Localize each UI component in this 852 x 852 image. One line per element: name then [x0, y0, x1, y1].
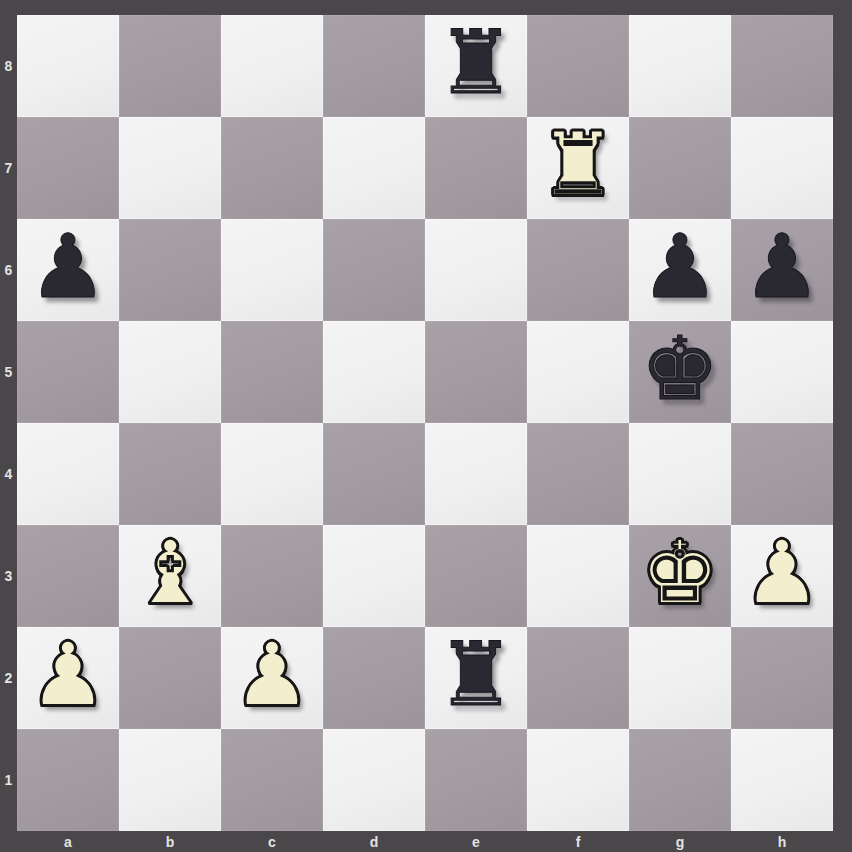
square-h7[interactable] [731, 117, 833, 219]
square-f3[interactable] [527, 525, 629, 627]
black-pawn[interactable]: ♟ [641, 216, 720, 318]
square-a5[interactable] [17, 321, 119, 423]
black-pawn[interactable]: ♟ [29, 216, 108, 318]
square-f4[interactable] [527, 423, 629, 525]
rank-label-6: 6 [0, 219, 17, 321]
white-pawn[interactable]: ♟ [743, 522, 822, 624]
square-c6[interactable] [221, 219, 323, 321]
chess-board-frame: ♜♜♟♟♟♚♝♚♟♟♟♜ 87654321abcdefgh [0, 0, 852, 852]
file-label-g: g [629, 831, 731, 852]
square-b5[interactable] [119, 321, 221, 423]
white-bishop[interactable]: ♝ [131, 522, 210, 624]
square-b2[interactable] [119, 627, 221, 729]
square-f7[interactable]: ♜ [527, 117, 629, 219]
square-c4[interactable] [221, 423, 323, 525]
square-g8[interactable] [629, 15, 731, 117]
black-pawn[interactable]: ♟ [743, 216, 822, 318]
square-h1[interactable] [731, 729, 833, 831]
square-b8[interactable] [119, 15, 221, 117]
rank-label-5: 5 [0, 321, 17, 423]
square-d5[interactable] [323, 321, 425, 423]
square-g3[interactable]: ♚ [629, 525, 731, 627]
white-pawn[interactable]: ♟ [29, 624, 108, 726]
square-g4[interactable] [629, 423, 731, 525]
square-d7[interactable] [323, 117, 425, 219]
square-d1[interactable] [323, 729, 425, 831]
square-c8[interactable] [221, 15, 323, 117]
square-b7[interactable] [119, 117, 221, 219]
black-rook[interactable]: ♜ [437, 12, 516, 114]
rank-label-2: 2 [0, 627, 17, 729]
square-c5[interactable] [221, 321, 323, 423]
square-h6[interactable]: ♟ [731, 219, 833, 321]
chess-board: ♜♜♟♟♟♚♝♚♟♟♟♜ [17, 15, 833, 831]
square-h3[interactable]: ♟ [731, 525, 833, 627]
square-h5[interactable] [731, 321, 833, 423]
white-pawn[interactable]: ♟ [233, 624, 312, 726]
square-a2[interactable]: ♟ [17, 627, 119, 729]
square-f1[interactable] [527, 729, 629, 831]
square-e5[interactable] [425, 321, 527, 423]
square-e3[interactable] [425, 525, 527, 627]
square-g2[interactable] [629, 627, 731, 729]
black-rook[interactable]: ♜ [437, 624, 516, 726]
square-b1[interactable] [119, 729, 221, 831]
square-f6[interactable] [527, 219, 629, 321]
black-king[interactable]: ♚ [641, 318, 720, 420]
square-b4[interactable] [119, 423, 221, 525]
square-c2[interactable]: ♟ [221, 627, 323, 729]
file-label-b: b [119, 831, 221, 852]
file-label-h: h [731, 831, 833, 852]
square-d4[interactable] [323, 423, 425, 525]
square-e8[interactable]: ♜ [425, 15, 527, 117]
white-rook[interactable]: ♜ [539, 114, 618, 216]
square-d3[interactable] [323, 525, 425, 627]
file-label-a: a [17, 831, 119, 852]
file-label-e: e [425, 831, 527, 852]
white-king[interactable]: ♚ [641, 522, 720, 624]
square-f2[interactable] [527, 627, 629, 729]
square-g1[interactable] [629, 729, 731, 831]
square-d6[interactable] [323, 219, 425, 321]
square-a6[interactable]: ♟ [17, 219, 119, 321]
square-a1[interactable] [17, 729, 119, 831]
rank-label-3: 3 [0, 525, 17, 627]
square-g7[interactable] [629, 117, 731, 219]
rank-label-7: 7 [0, 117, 17, 219]
square-b3[interactable]: ♝ [119, 525, 221, 627]
rank-label-4: 4 [0, 423, 17, 525]
square-e1[interactable] [425, 729, 527, 831]
file-label-f: f [527, 831, 629, 852]
square-f8[interactable] [527, 15, 629, 117]
square-b6[interactable] [119, 219, 221, 321]
rank-label-8: 8 [0, 15, 17, 117]
rank-label-1: 1 [0, 729, 17, 831]
file-label-c: c [221, 831, 323, 852]
square-h2[interactable] [731, 627, 833, 729]
square-e6[interactable] [425, 219, 527, 321]
square-e7[interactable] [425, 117, 527, 219]
square-e2[interactable]: ♜ [425, 627, 527, 729]
square-c3[interactable] [221, 525, 323, 627]
square-d8[interactable] [323, 15, 425, 117]
square-a7[interactable] [17, 117, 119, 219]
file-label-d: d [323, 831, 425, 852]
square-a3[interactable] [17, 525, 119, 627]
square-h8[interactable] [731, 15, 833, 117]
square-c1[interactable] [221, 729, 323, 831]
square-f5[interactable] [527, 321, 629, 423]
square-e4[interactable] [425, 423, 527, 525]
square-g6[interactable]: ♟ [629, 219, 731, 321]
square-g5[interactable]: ♚ [629, 321, 731, 423]
square-a4[interactable] [17, 423, 119, 525]
square-c7[interactable] [221, 117, 323, 219]
square-d2[interactable] [323, 627, 425, 729]
square-a8[interactable] [17, 15, 119, 117]
square-h4[interactable] [731, 423, 833, 525]
